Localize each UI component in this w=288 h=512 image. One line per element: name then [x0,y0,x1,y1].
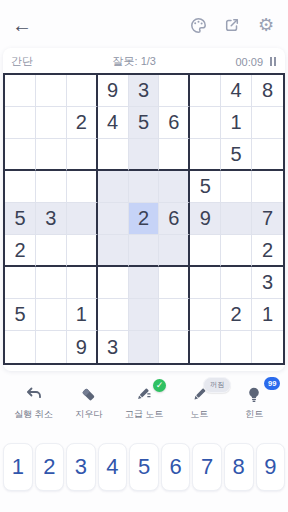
cell-r1c1[interactable] [5,75,36,107]
cell-r5c9[interactable]: 7 [252,203,283,235]
settings-icon[interactable]: ⚙ [256,15,276,35]
cell-r6c9[interactable]: 2 [252,235,283,267]
cell-r1c6[interactable] [159,75,190,107]
notes-toggle-badge: 꺼짐 [203,377,231,393]
numpad-4[interactable]: 4 [98,443,128,491]
cell-r3c4[interactable] [98,139,129,171]
cell-r5c2[interactable]: 3 [36,203,67,235]
share-icon[interactable] [222,15,242,35]
cell-r4c5[interactable] [129,171,160,203]
cell-r3c6[interactable] [159,139,190,171]
advanced-notes-button[interactable]: ✓ 고급 노트 [120,381,168,421]
cell-r2c1[interactable] [5,107,36,139]
cell-r3c8[interactable]: 5 [221,139,252,171]
cell-r4c7[interactable]: 5 [190,171,221,203]
numpad-6[interactable]: 6 [161,443,191,491]
erase-button[interactable]: 지우다 [65,381,113,421]
undo-icon [25,385,43,403]
cell-r4c2[interactable] [36,171,67,203]
palette-icon[interactable] [188,15,208,35]
numpad-2[interactable]: 2 [35,443,65,491]
cell-r6c1[interactable]: 2 [5,235,36,267]
cell-r5c7[interactable]: 9 [190,203,221,235]
cell-r3c1[interactable] [5,139,36,171]
cell-r6c5[interactable] [129,235,160,267]
cell-r7c2[interactable] [36,267,67,299]
cell-r8c2[interactable] [36,299,67,331]
cell-r8c1[interactable]: 5 [5,299,36,331]
cell-r1c4[interactable]: 9 [98,75,129,107]
numpad-8[interactable]: 8 [224,443,254,491]
cell-r3c9[interactable] [252,139,283,171]
numpad-7[interactable]: 7 [192,443,222,491]
cell-r4c8[interactable] [221,171,252,203]
cell-r3c3[interactable] [67,139,98,171]
cell-r3c5[interactable] [129,139,160,171]
cell-r6c6[interactable] [159,235,190,267]
cell-r1c5[interactable]: 3 [129,75,160,107]
game-card: 간단 잘못: 1/3 00:09 93482456155532697223512… [3,48,285,371]
cell-r6c8[interactable] [221,235,252,267]
cell-r2c6[interactable]: 6 [159,107,190,139]
cell-r7c3[interactable] [67,267,98,299]
cell-r1c8[interactable]: 4 [221,75,252,107]
timer-label: 00:09 [235,56,263,68]
cell-r9c4[interactable]: 3 [98,331,129,363]
back-button[interactable]: ← [12,14,32,36]
cell-r7c7[interactable] [190,267,221,299]
top-bar: ← ⚙ [0,0,288,38]
cell-r4c9[interactable] [252,171,283,203]
cell-r2c7[interactable] [190,107,221,139]
cell-r5c4[interactable] [98,203,129,235]
cell-r6c2[interactable] [36,235,67,267]
bulb-icon [245,385,263,403]
cell-r1c7[interactable] [190,75,221,107]
undo-label: 실행 취소 [14,408,53,421]
cell-r8c5[interactable] [129,299,160,331]
cell-r5c6[interactable]: 6 [159,203,190,235]
cell-r6c7[interactable] [190,235,221,267]
cell-r8c7[interactable] [190,299,221,331]
numpad-9[interactable]: 9 [256,443,286,491]
cell-r1c2[interactable] [36,75,67,107]
cell-r9c1[interactable] [5,331,36,363]
cell-r7c6[interactable] [159,267,190,299]
cell-r5c5[interactable]: 2 [129,203,160,235]
cell-r6c3[interactable] [67,235,98,267]
cell-r8c9[interactable]: 1 [252,299,283,331]
notes-button[interactable]: 꺼짐 노트 [175,381,223,421]
cell-r8c8[interactable]: 2 [221,299,252,331]
status-bar: 간단 잘못: 1/3 00:09 [3,48,285,73]
cell-r5c1[interactable]: 5 [5,203,36,235]
undo-button[interactable]: 실행 취소 [10,381,58,421]
cell-r9c5[interactable] [129,331,160,363]
cell-r4c4[interactable] [98,171,129,203]
cell-r8c6[interactable] [159,299,190,331]
pencil-lines-icon [135,385,153,403]
cell-r6c4[interactable] [98,235,129,267]
cell-r8c4[interactable] [98,299,129,331]
cell-r7c9[interactable]: 3 [252,267,283,299]
advanced-notes-label: 고급 노트 [125,408,164,421]
cell-r1c3[interactable] [67,75,98,107]
cell-r5c3[interactable] [67,203,98,235]
cell-r1c9[interactable]: 8 [252,75,283,107]
cell-r8c3[interactable]: 1 [67,299,98,331]
cell-r9c2[interactable] [36,331,67,363]
mistakes-label: 잘못: 1/3 [113,54,156,69]
erase-label: 지우다 [75,408,102,421]
cell-r7c4[interactable] [98,267,129,299]
numpad-1[interactable]: 1 [3,443,33,491]
cell-r2c4[interactable]: 4 [98,107,129,139]
hint-button[interactable]: 99 힌트 [230,381,278,421]
difficulty-label: 간단 [11,54,33,69]
numpad-5[interactable]: 5 [129,443,159,491]
cell-r2c2[interactable] [36,107,67,139]
cell-r3c7[interactable] [190,139,221,171]
cell-r9c9[interactable] [252,331,283,363]
pause-button[interactable] [269,56,277,67]
numpad-3[interactable]: 3 [66,443,96,491]
cell-r7c1[interactable] [5,267,36,299]
cell-r9c7[interactable] [190,331,221,363]
cell-r2c9[interactable] [252,107,283,139]
cell-r3c2[interactable] [36,139,67,171]
toolbar: 실행 취소 지우다 ✓ 고급 노트 꺼짐 [6,381,282,421]
cell-r9c3[interactable]: 9 [67,331,98,363]
advanced-notes-badge: ✓ [153,379,166,392]
cell-r7c5[interactable] [129,267,160,299]
cell-r2c8[interactable]: 1 [221,107,252,139]
cell-r7c8[interactable] [221,267,252,299]
number-pad: 123456789 [3,443,285,491]
cell-r9c6[interactable] [159,331,190,363]
cell-r4c3[interactable] [67,171,98,203]
sudoku-board: 93482456155532697223512193 [3,73,285,365]
hint-label: 힌트 [245,408,263,421]
cell-r2c5[interactable]: 5 [129,107,160,139]
cell-r4c6[interactable] [159,171,190,203]
cell-r9c8[interactable] [221,331,252,363]
cell-r5c8[interactable] [221,203,252,235]
cell-r2c3[interactable]: 2 [67,107,98,139]
hint-count-badge: 99 [264,377,280,390]
eraser-icon [80,385,98,403]
notes-label: 노트 [190,408,208,421]
cell-r4c1[interactable] [5,171,36,203]
